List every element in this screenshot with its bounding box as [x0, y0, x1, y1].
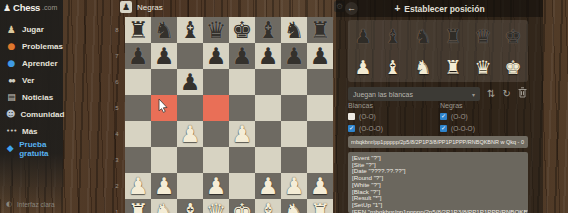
square-d1[interactable]: ♛ [203, 199, 229, 213]
piece-d8[interactable]: ♛ [206, 17, 227, 43]
square-a7[interactable]: ♟ [125, 43, 151, 69]
square-e4[interactable]: ♟ [229, 121, 255, 147]
sidebar-item-mas[interactable]: ••• Más [0, 123, 63, 140]
piece-h2[interactable]: ♟ [310, 173, 331, 199]
square-e1[interactable]: ♚ [229, 199, 255, 213]
piece-b1[interactable]: ♞ [154, 199, 175, 213]
square-g4[interactable] [281, 121, 307, 147]
piece-f2[interactable]: ♟ [258, 173, 279, 199]
theme-toggle[interactable]: ◐ Interfaz clara [5, 199, 55, 210]
piece-f8[interactable]: ♝ [258, 17, 279, 43]
square-c7[interactable] [177, 43, 203, 69]
piece-a7[interactable]: ♟ [128, 43, 149, 69]
square-h2[interactable]: ♟ [307, 173, 333, 199]
square-e2[interactable] [229, 173, 255, 199]
sidebar-item-comunidad[interactable]: ☻ Comunidad [0, 106, 63, 123]
top-player-name: Negras [137, 3, 163, 12]
palette-white-row: ♟♝♞♜♛♚ [348, 51, 528, 82]
square-e7[interactable]: ♟ [229, 43, 255, 69]
piece-g8[interactable]: ♞ [284, 17, 305, 43]
square-d2[interactable]: ♟ [203, 173, 229, 199]
sidebar: ♟ Chess .com ♟ Jugar ● Problemas ● Apren… [0, 0, 63, 213]
piece-a1[interactable]: ♜ [128, 199, 149, 213]
black-castling-label: Negras [440, 102, 530, 109]
square-g7[interactable]: ♟ [281, 43, 307, 69]
square-c5[interactable] [177, 95, 203, 121]
palette-piece-n[interactable]: ♞ [408, 20, 438, 51]
watch-icon: ●● [6, 75, 17, 86]
piece-e4[interactable]: ♟ [232, 121, 253, 147]
reset-position-button[interactable]: ↻ [502, 88, 510, 100]
square-c8[interactable]: ♝ [177, 17, 203, 43]
black-kingside-castle-checkbox[interactable]: (O-O) [440, 112, 530, 121]
top-player-bar: ♟ Negras [120, 1, 163, 13]
plus-icon: + [394, 4, 400, 14]
play-piece-icon: ♟ [6, 24, 17, 35]
piece-f1[interactable]: ♝ [258, 199, 279, 213]
piece-h8[interactable]: ♜ [310, 17, 331, 43]
piece-g1[interactable]: ♞ [284, 199, 305, 213]
sidebar-item-prueba-gratuita[interactable]: ◆ Prueba gratuita [0, 140, 63, 157]
piece-c6[interactable]: ♟ [180, 69, 201, 95]
square-c2[interactable] [177, 173, 203, 199]
piece-palette: ♟♝♞♜♛♚ ♟♝♞♜♛♚ [348, 20, 528, 82]
square-a3[interactable] [125, 147, 151, 173]
square-f7[interactable]: ♟ [255, 43, 281, 69]
contrast-icon: ◐ [5, 199, 13, 210]
chesscom-logo[interactable]: ♟ Chess .com [0, 0, 63, 13]
square-b3[interactable] [151, 147, 177, 173]
square-a1[interactable]: ♜ [125, 199, 151, 213]
piece-a2[interactable]: ♟ [128, 173, 149, 199]
square-h3[interactable] [307, 147, 333, 173]
piece-b7[interactable]: ♟ [154, 43, 175, 69]
square-b1[interactable]: ♞ [151, 199, 177, 213]
checkbox-icon[interactable] [440, 113, 447, 120]
diamond-icon: ◆ [6, 143, 14, 154]
palette-piece-p[interactable]: ♟ [348, 20, 378, 51]
square-h5[interactable] [307, 95, 333, 121]
piece-b2[interactable]: ♟ [154, 173, 175, 199]
setup-position-panel: ← + Establecer posición ♟♝♞♜♛♚ ♟♝♞♜♛♚ Ju… [336, 0, 543, 213]
black-castling-column: Negras (O-O) (O-O-O) [440, 102, 530, 135]
square-c6[interactable]: ♟ [177, 69, 203, 95]
piece-f7[interactable]: ♟ [258, 43, 279, 69]
logo-tld: .com [42, 4, 57, 11]
piece-e7[interactable]: ♟ [232, 43, 253, 69]
fen-input[interactable] [348, 136, 528, 148]
turn-select[interactable]: Juegan las blancas ▾ [348, 87, 480, 101]
square-d6[interactable] [203, 69, 229, 95]
square-f6[interactable] [255, 69, 281, 95]
square-d3[interactable] [203, 147, 229, 173]
piece-h1[interactable]: ♜ [310, 199, 331, 213]
logo-brand: Chess [13, 2, 40, 13]
square-a5[interactable] [125, 95, 151, 121]
app-window: ♟ Chess .com ♟ Jugar ● Problemas ● Apren… [0, 0, 568, 213]
sidebar-item-aprender[interactable]: ● Aprender [0, 55, 63, 72]
piece-b8[interactable]: ♞ [154, 17, 175, 43]
square-h1[interactable]: ♜ [307, 199, 333, 213]
sidebar-item-jugar[interactable]: ♟ Jugar [0, 21, 63, 38]
square-c1[interactable]: ♝ [177, 199, 203, 213]
checkbox-icon[interactable] [348, 125, 355, 132]
square-h7[interactable]: ♟ [307, 43, 333, 69]
square-b8[interactable]: ♞ [151, 17, 177, 43]
square-a4[interactable] [125, 121, 151, 147]
square-g2[interactable]: ♟ [281, 173, 307, 199]
rank-labels: 87654321 [112, 17, 122, 213]
piece-c4[interactable]: ♟ [180, 121, 201, 147]
square-d7[interactable]: ♟ [203, 43, 229, 69]
palette-piece-B[interactable]: ♝ [378, 51, 408, 82]
panel-header: ← + Establecer posición [336, 0, 543, 17]
learn-icon: ● [6, 58, 17, 69]
square-e5[interactable] [229, 95, 255, 121]
white-castling-label: Blancas [348, 102, 438, 109]
square-f8[interactable]: ♝ [255, 17, 281, 43]
palette-piece-b[interactable]: ♝ [378, 20, 408, 51]
square-g3[interactable] [281, 147, 307, 173]
square-d8[interactable]: ♛ [203, 17, 229, 43]
square-d5[interactable] [203, 95, 229, 121]
palette-piece-k[interactable]: ♚ [498, 20, 528, 51]
sidebar-item-noticias[interactable]: ▤ Noticias [0, 89, 63, 106]
palette-piece-q[interactable]: ♛ [468, 20, 498, 51]
black-player-avatar: ♟ [120, 1, 132, 13]
square-b7[interactable]: ♟ [151, 43, 177, 69]
turn-toolbar: Juegan las blancas ▾ ⇅ ↻ [348, 87, 536, 101]
piece-h7[interactable]: ♟ [310, 43, 331, 69]
back-button[interactable]: ← [345, 2, 358, 15]
piece-g7[interactable]: ♟ [284, 43, 305, 69]
trash-icon [518, 87, 527, 98]
palette-piece-Q[interactable]: ♛ [468, 51, 498, 82]
square-c4[interactable]: ♟ [177, 121, 203, 147]
square-e3[interactable] [229, 147, 255, 173]
palette-black-row: ♟♝♞♜♛♚ [348, 20, 528, 51]
palette-piece-K[interactable]: ♚ [498, 51, 528, 82]
piece-c1[interactable]: ♝ [180, 199, 201, 213]
square-d4[interactable] [203, 121, 229, 147]
square-b2[interactable]: ♟ [151, 173, 177, 199]
square-f3[interactable] [255, 147, 281, 173]
square-h8[interactable]: ♜ [307, 17, 333, 43]
black-queenside-castle-checkbox[interactable]: (O-O-O) [440, 124, 530, 133]
chess-board[interactable]: ♜♞♝♛♚♝♞♜♟♟♟♟♟♟♟♟♟♟♟♟♟♟♟♟♜♞♝♛♚♝♞♜ [125, 17, 333, 213]
palette-piece-N[interactable]: ♞ [408, 51, 438, 82]
logo-pawn-icon: ♟ [3, 3, 11, 13]
square-e6[interactable] [229, 69, 255, 95]
square-h6[interactable] [307, 69, 333, 95]
white-queenside-castle-checkbox[interactable]: (O-O-O) [348, 124, 438, 133]
square-f1[interactable]: ♝ [255, 199, 281, 213]
square-b4[interactable] [151, 121, 177, 147]
piece-d1[interactable]: ♛ [206, 199, 227, 213]
piece-e8[interactable]: ♚ [232, 17, 253, 43]
square-g6[interactable] [281, 69, 307, 95]
checkbox-icon[interactable] [440, 125, 447, 132]
white-kingside-castle-checkbox[interactable]: (O-O) [348, 112, 438, 121]
square-g1[interactable]: ♞ [281, 199, 307, 213]
more-icon: ••• [6, 126, 17, 137]
square-f5[interactable] [255, 95, 281, 121]
checkbox-icon[interactable] [348, 113, 355, 120]
mouse-cursor [158, 99, 168, 113]
sidebar-item-problemas[interactable]: ● Problemas [0, 38, 63, 55]
square-a2[interactable]: ♟ [125, 173, 151, 199]
panel-title: Establecer posición [404, 4, 484, 14]
piece-d2[interactable]: ♟ [206, 173, 227, 199]
square-e8[interactable]: ♚ [229, 17, 255, 43]
palette-piece-r[interactable]: ♜ [438, 20, 468, 51]
square-g8[interactable]: ♞ [281, 17, 307, 43]
square-c3[interactable] [177, 147, 203, 173]
piece-a8[interactable]: ♜ [128, 17, 149, 43]
square-a8[interactable]: ♜ [125, 17, 151, 43]
square-f2[interactable]: ♟ [255, 173, 281, 199]
piece-g2[interactable]: ♟ [284, 173, 305, 199]
piece-c8[interactable]: ♝ [180, 17, 201, 43]
news-icon: ▤ [6, 92, 17, 103]
clear-board-button[interactable] [518, 87, 527, 101]
piece-e1[interactable]: ♚ [232, 199, 253, 213]
palette-piece-R[interactable]: ♜ [438, 51, 468, 82]
sidebar-item-ver[interactable]: ●● Ver [0, 72, 63, 89]
white-castling-column: Blancas (O-O) (O-O-O) [348, 102, 438, 135]
chevron-down-icon: ▾ [472, 91, 475, 98]
sidebar-nav: ♟ Jugar ● Problemas ● Aprender ●● Ver ▤ … [0, 21, 63, 157]
pgn-textarea[interactable]: [Event "?"] [Site "?"] [Date "????.??.??… [348, 152, 528, 213]
palette-piece-P[interactable]: ♟ [348, 51, 378, 82]
flip-board-button[interactable]: ⇅ [487, 88, 495, 100]
square-b6[interactable] [151, 69, 177, 95]
square-g5[interactable] [281, 95, 307, 121]
puzzle-icon: ● [6, 41, 17, 52]
square-f4[interactable] [255, 121, 281, 147]
square-a6[interactable] [125, 69, 151, 95]
community-icon: ☻ [6, 109, 15, 120]
piece-d7[interactable]: ♟ [206, 43, 227, 69]
square-h4[interactable] [307, 121, 333, 147]
